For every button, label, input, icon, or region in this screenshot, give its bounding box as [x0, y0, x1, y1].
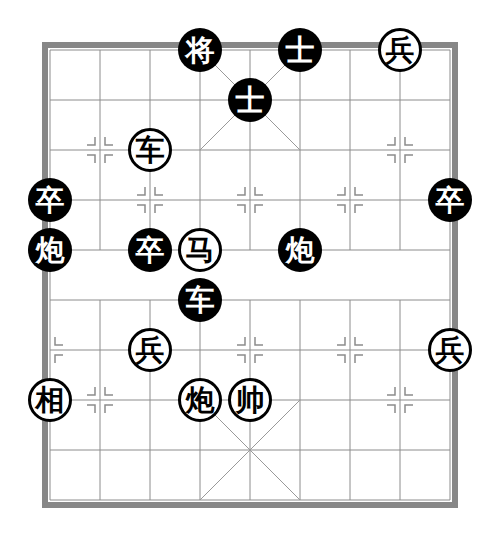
piece-black-soldier[interactable]: 卒	[128, 228, 172, 272]
piece-black-soldier[interactable]: 卒	[28, 178, 72, 222]
xiangqi-board[interactable]: 将士兵士车卒卒炮卒马炮车兵兵相炮帅	[25, 25, 475, 525]
piece-black-chariot[interactable]: 车	[178, 278, 222, 322]
piece-red-soldier[interactable]: 兵	[128, 328, 172, 372]
piece-black-advisor[interactable]: 士	[278, 28, 322, 72]
piece-red-general[interactable]: 帅	[228, 378, 272, 422]
piece-red-soldier[interactable]: 兵	[428, 328, 472, 372]
piece-red-elephant[interactable]: 相	[28, 378, 72, 422]
piece-black-cannon[interactable]: 炮	[278, 228, 322, 272]
piece-red-horse[interactable]: 马	[178, 228, 222, 272]
piece-black-soldier[interactable]: 卒	[428, 178, 472, 222]
piece-red-soldier[interactable]: 兵	[378, 28, 422, 72]
xiangqi-diagram: 将士兵士车卒卒炮卒马炮车兵兵相炮帅	[0, 0, 500, 550]
piece-red-chariot[interactable]: 车	[128, 128, 172, 172]
piece-black-cannon[interactable]: 炮	[28, 228, 72, 272]
piece-black-general[interactable]: 将	[178, 28, 222, 72]
piece-black-advisor[interactable]: 士	[228, 78, 272, 122]
piece-red-cannon[interactable]: 炮	[178, 378, 222, 422]
